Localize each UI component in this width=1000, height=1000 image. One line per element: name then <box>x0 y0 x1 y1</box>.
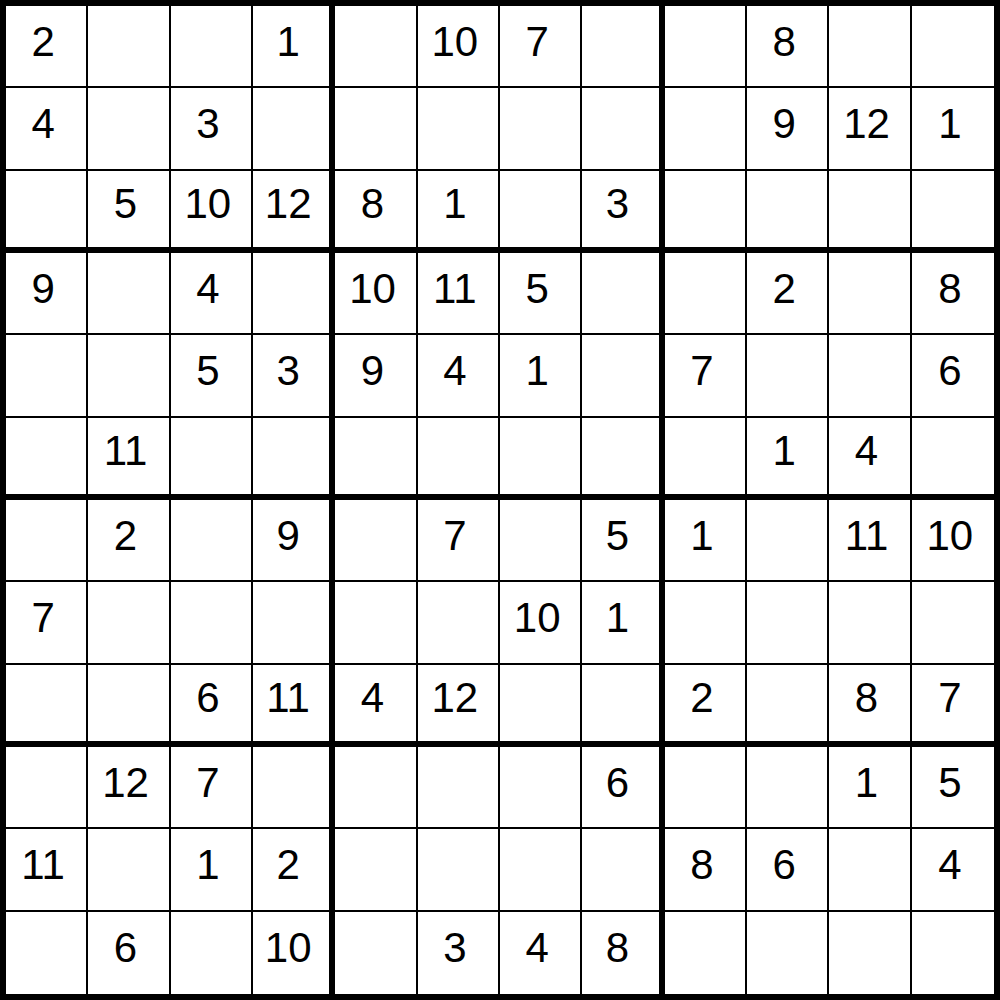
cell-r5c1-empty[interactable] <box>6 335 88 417</box>
cell-r11c3-given: 1 <box>171 829 253 911</box>
cell-r8c10-empty[interactable] <box>747 582 829 664</box>
cell-r9c1-empty[interactable] <box>6 665 88 747</box>
cell-r9c10-empty[interactable] <box>747 665 829 747</box>
cell-r7c11-given: 11 <box>829 500 911 582</box>
cell-r6c10-given: 1 <box>747 418 829 500</box>
cell-r4c6-given: 11 <box>418 253 500 335</box>
cell-r10c1-empty[interactable] <box>6 747 88 829</box>
cell-r3c2-given: 5 <box>88 171 170 253</box>
cell-r1c10-given: 8 <box>747 6 829 88</box>
cell-r8c9-empty[interactable] <box>665 582 747 664</box>
cell-r2c2-empty[interactable] <box>88 88 170 170</box>
cell-r1c8-empty[interactable] <box>582 6 664 88</box>
cell-r12c5-empty[interactable] <box>335 912 417 994</box>
cell-r10c10-empty[interactable] <box>747 747 829 829</box>
cell-r9c12-given: 7 <box>912 665 994 747</box>
cell-r7c8-given: 5 <box>582 500 664 582</box>
cell-r6c3-empty[interactable] <box>171 418 253 500</box>
cell-r3c3-given: 10 <box>171 171 253 253</box>
cell-r12c2-given: 6 <box>88 912 170 994</box>
cell-r2c12-given: 1 <box>912 88 994 170</box>
cell-r11c4-given: 2 <box>253 829 335 911</box>
cell-r6c2-given: 11 <box>88 418 170 500</box>
cell-r10c11-given: 1 <box>829 747 911 829</box>
cell-r1c3-empty[interactable] <box>171 6 253 88</box>
cell-r3c1-empty[interactable] <box>6 171 88 253</box>
cell-r7c9-given: 1 <box>665 500 747 582</box>
cell-r8c3-empty[interactable] <box>171 582 253 664</box>
cell-r6c5-empty[interactable] <box>335 418 417 500</box>
cell-r5c5-given: 9 <box>335 335 417 417</box>
cell-r5c12-given: 6 <box>912 335 994 417</box>
cell-r7c12-given: 10 <box>912 500 994 582</box>
cell-r5c10-empty[interactable] <box>747 335 829 417</box>
cell-r9c8-empty[interactable] <box>582 665 664 747</box>
cell-r2c10-given: 9 <box>747 88 829 170</box>
cell-r6c9-empty[interactable] <box>665 418 747 500</box>
cell-r7c2-given: 2 <box>88 500 170 582</box>
cell-r12c7-given: 4 <box>500 912 582 994</box>
cell-r1c7-given: 7 <box>500 6 582 88</box>
cell-r5c7-given: 1 <box>500 335 582 417</box>
cell-r5c4-given: 3 <box>253 335 335 417</box>
cell-r5c11-empty[interactable] <box>829 335 911 417</box>
cell-r7c3-empty[interactable] <box>171 500 253 582</box>
cell-r8c8-given: 1 <box>582 582 664 664</box>
cell-r1c6-given: 10 <box>418 6 500 88</box>
cell-r9c4-given: 11 <box>253 665 335 747</box>
cell-r8c7-given: 10 <box>500 582 582 664</box>
cell-r8c6-empty[interactable] <box>418 582 500 664</box>
cell-r4c3-given: 4 <box>171 253 253 335</box>
cell-r3c8-given: 3 <box>582 171 664 253</box>
cell-r10c2-given: 12 <box>88 747 170 829</box>
cell-r12c10-empty[interactable] <box>747 912 829 994</box>
cell-r9c7-empty[interactable] <box>500 665 582 747</box>
cell-r5c8-empty[interactable] <box>582 335 664 417</box>
cell-r4c12-given: 8 <box>912 253 994 335</box>
cell-r4c8-empty[interactable] <box>582 253 664 335</box>
cell-r12c8-given: 8 <box>582 912 664 994</box>
cell-r1c11-empty[interactable] <box>829 6 911 88</box>
cell-r2c11-given: 12 <box>829 88 911 170</box>
cell-r2c5-empty[interactable] <box>335 88 417 170</box>
cell-r10c5-empty[interactable] <box>335 747 417 829</box>
cell-r6c4-empty[interactable] <box>253 418 335 500</box>
cell-r7c4-given: 9 <box>253 500 335 582</box>
cell-r2c3-given: 3 <box>171 88 253 170</box>
cell-r9c6-given: 12 <box>418 665 500 747</box>
cell-r11c7-empty[interactable] <box>500 829 582 911</box>
cell-r6c8-empty[interactable] <box>582 418 664 500</box>
cell-r2c7-empty[interactable] <box>500 88 582 170</box>
cell-r3c10-empty[interactable] <box>747 171 829 253</box>
cell-r12c3-empty[interactable] <box>171 912 253 994</box>
cell-r9c11-given: 8 <box>829 665 911 747</box>
cell-r11c12-given: 4 <box>912 829 994 911</box>
cell-r11c5-empty[interactable] <box>335 829 417 911</box>
cell-r12c9-empty[interactable] <box>665 912 747 994</box>
cell-r5c2-empty[interactable] <box>88 335 170 417</box>
cell-r2c1-given: 4 <box>6 88 88 170</box>
cell-r9c3-given: 6 <box>171 665 253 747</box>
cell-r4c10-given: 2 <box>747 253 829 335</box>
cell-r3c12-empty[interactable] <box>912 171 994 253</box>
cell-r8c4-empty[interactable] <box>253 582 335 664</box>
cell-r8c11-empty[interactable] <box>829 582 911 664</box>
cell-r8c12-empty[interactable] <box>912 582 994 664</box>
cell-r4c1-given: 9 <box>6 253 88 335</box>
cell-r8c1-given: 7 <box>6 582 88 664</box>
cell-r12c11-empty[interactable] <box>829 912 911 994</box>
cell-r3c7-empty[interactable] <box>500 171 582 253</box>
cell-r1c4-given: 1 <box>253 6 335 88</box>
cell-r10c3-given: 7 <box>171 747 253 829</box>
cell-r1c1-given: 2 <box>6 6 88 88</box>
cell-r1c9-empty[interactable] <box>665 6 747 88</box>
cell-r11c8-empty[interactable] <box>582 829 664 911</box>
cell-r6c12-empty[interactable] <box>912 418 994 500</box>
cell-r9c9-given: 2 <box>665 665 747 747</box>
cell-r7c1-empty[interactable] <box>6 500 88 582</box>
cell-r7c5-empty[interactable] <box>335 500 417 582</box>
cell-r4c4-empty[interactable] <box>253 253 335 335</box>
cell-r12c4-given: 10 <box>253 912 335 994</box>
cell-r5c6-given: 4 <box>418 335 500 417</box>
cell-r11c9-given: 8 <box>665 829 747 911</box>
cell-r3c11-empty[interactable] <box>829 171 911 253</box>
cell-r10c4-empty[interactable] <box>253 747 335 829</box>
cell-r5c9-given: 7 <box>665 335 747 417</box>
cell-r2c6-empty[interactable] <box>418 88 500 170</box>
cell-r12c12-empty[interactable] <box>912 912 994 994</box>
cell-r11c1-given: 11 <box>6 829 88 911</box>
cell-r12c1-empty[interactable] <box>6 912 88 994</box>
cell-r4c5-given: 10 <box>335 253 417 335</box>
cell-r3c4-given: 12 <box>253 171 335 253</box>
cell-r12c6-given: 3 <box>418 912 500 994</box>
cell-r4c11-empty[interactable] <box>829 253 911 335</box>
cell-r11c2-empty[interactable] <box>88 829 170 911</box>
cell-r1c2-empty[interactable] <box>88 6 170 88</box>
cell-r10c8-given: 6 <box>582 747 664 829</box>
cell-r7c6-given: 7 <box>418 500 500 582</box>
cell-r1c12-empty[interactable] <box>912 6 994 88</box>
cell-r7c10-empty[interactable] <box>747 500 829 582</box>
cell-r10c9-empty[interactable] <box>665 747 747 829</box>
cell-r6c7-empty[interactable] <box>500 418 582 500</box>
cell-r10c6-empty[interactable] <box>418 747 500 829</box>
cell-r2c8-empty[interactable] <box>582 88 664 170</box>
cell-r11c10-given: 6 <box>747 829 829 911</box>
cell-r3c6-given: 1 <box>418 171 500 253</box>
cell-r11c6-empty[interactable] <box>418 829 500 911</box>
cell-r2c4-empty[interactable] <box>253 88 335 170</box>
cell-r9c2-empty[interactable] <box>88 665 170 747</box>
cell-r4c7-given: 5 <box>500 253 582 335</box>
cell-r6c6-empty[interactable] <box>418 418 500 500</box>
cell-r8c5-empty[interactable] <box>335 582 417 664</box>
cell-r10c7-empty[interactable] <box>500 747 582 829</box>
cell-r7c7-empty[interactable] <box>500 500 582 582</box>
cell-r3c5-given: 8 <box>335 171 417 253</box>
cell-r1c5-empty[interactable] <box>335 6 417 88</box>
cell-r6c1-empty[interactable] <box>6 418 88 500</box>
cell-r10c12-given: 5 <box>912 747 994 829</box>
cell-r4c9-empty[interactable] <box>665 253 747 335</box>
cell-r9c5-given: 4 <box>335 665 417 747</box>
sudoku-board: 2110784391215101281394101152853941761114… <box>0 0 1000 1000</box>
cell-r6c11-given: 4 <box>829 418 911 500</box>
cell-r8c2-empty[interactable] <box>88 582 170 664</box>
cell-r4c2-empty[interactable] <box>88 253 170 335</box>
cell-r11c11-empty[interactable] <box>829 829 911 911</box>
cell-r2c9-empty[interactable] <box>665 88 747 170</box>
cell-r5c3-given: 5 <box>171 335 253 417</box>
cell-r3c9-empty[interactable] <box>665 171 747 253</box>
